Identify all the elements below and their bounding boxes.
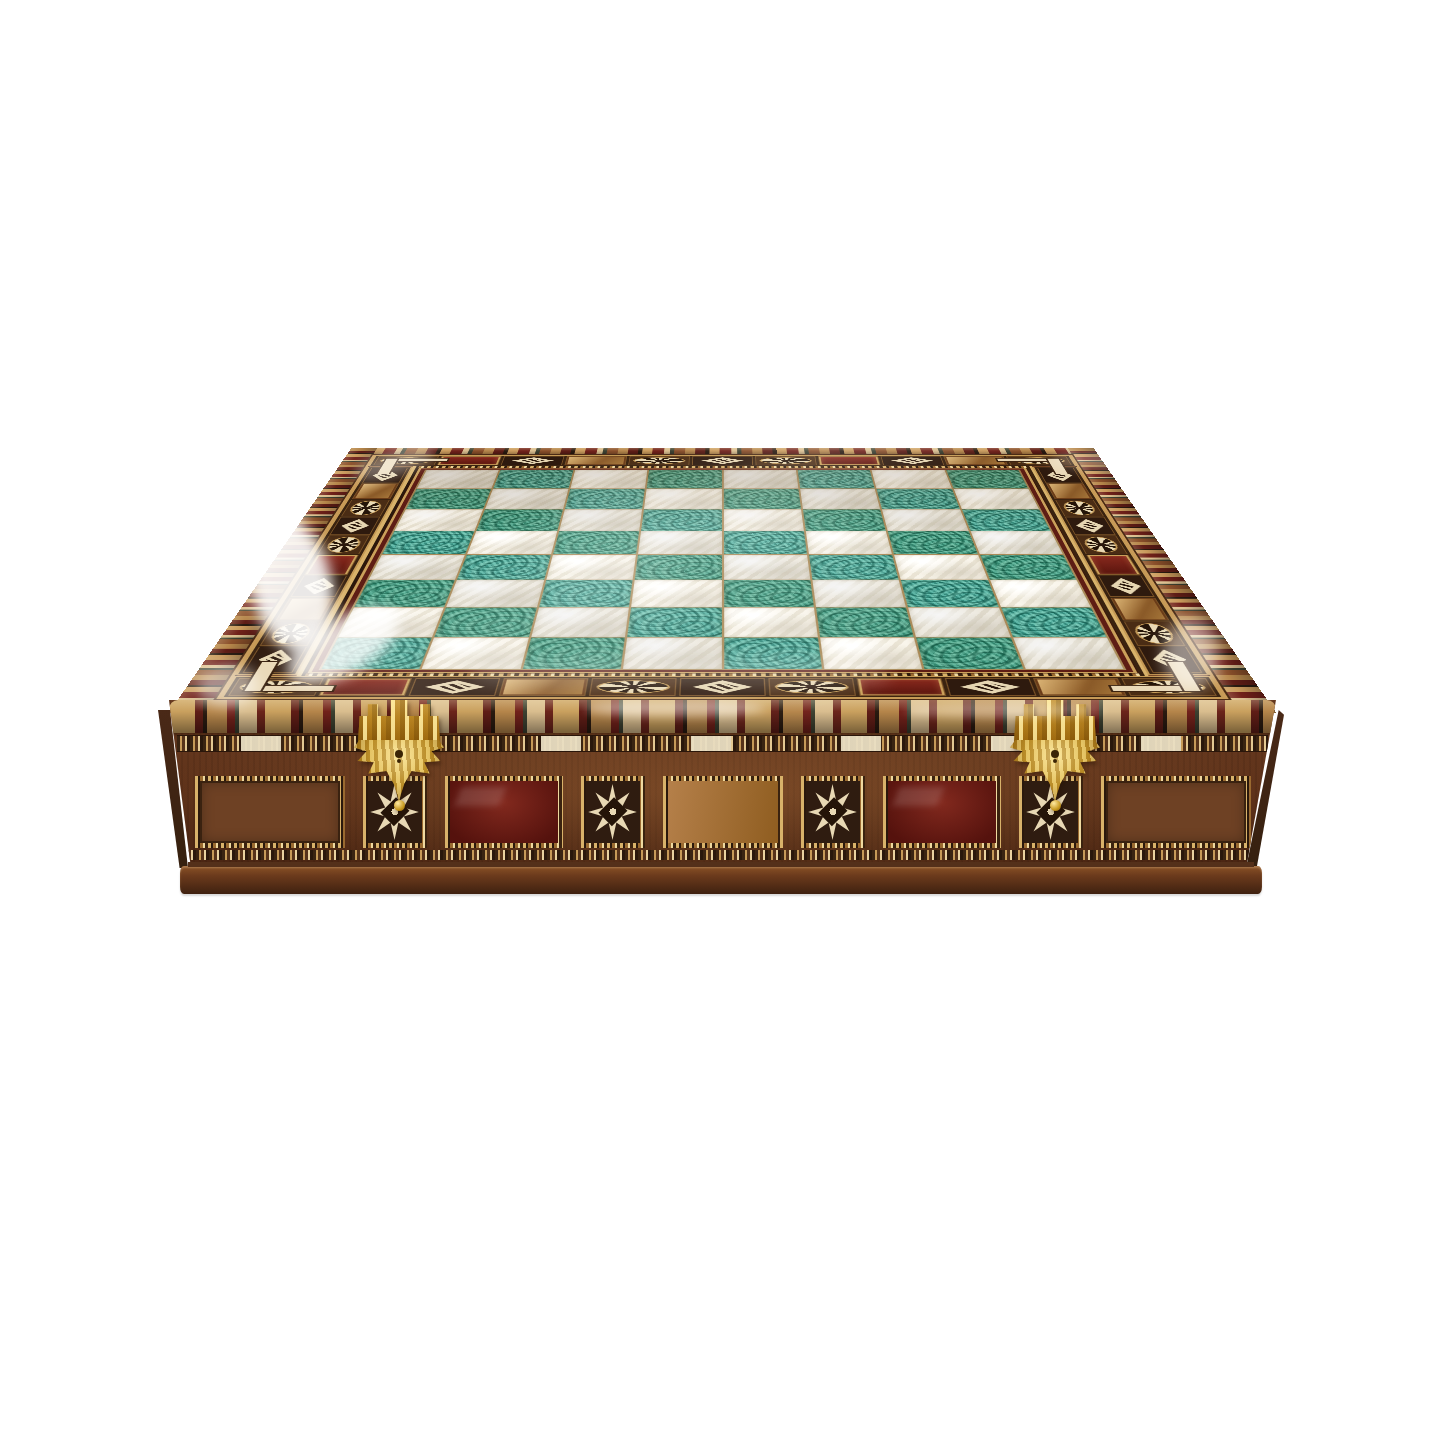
mosaic-diamond (881, 456, 945, 465)
mosaic-bar-gold (499, 678, 589, 695)
square-a5 (382, 531, 474, 554)
square-e3 (724, 580, 814, 607)
front-panel-framed (1101, 776, 1251, 848)
square-c4 (546, 555, 636, 580)
square-a4 (369, 555, 465, 580)
square-g1 (916, 637, 1023, 669)
square-g7 (877, 489, 960, 509)
square-a7 (406, 489, 491, 509)
mosaic-diamond (329, 517, 380, 535)
latch-finial-icon (394, 800, 405, 811)
pearl-corner-bracket (997, 459, 1068, 474)
square-h7 (954, 489, 1039, 509)
inlay-band-top (177, 736, 1268, 751)
square-g4 (894, 555, 987, 580)
square-b7 (485, 489, 568, 509)
square-b4 (457, 555, 550, 580)
square-f4 (809, 555, 899, 580)
square-d6 (641, 509, 721, 530)
front-panel-red (883, 776, 1001, 848)
square-h4 (980, 555, 1076, 580)
square-b1 (422, 637, 529, 669)
latch-finial-icon (1050, 800, 1061, 811)
square-c1 (523, 637, 625, 669)
mosaic-bar-red (857, 678, 947, 695)
square-b5 (467, 531, 556, 554)
mosaic-rosette (1075, 535, 1127, 554)
square-d1 (623, 637, 721, 669)
mosaic-diamond (692, 456, 753, 465)
mosaic-rosette (755, 456, 817, 465)
mosaic-rosette (341, 500, 390, 517)
square-d2 (627, 608, 721, 637)
product-photo (0, 0, 1440, 1440)
mosaic-bar-gold (1110, 598, 1169, 621)
square-d5 (638, 531, 721, 554)
mosaic-diamond (1065, 517, 1116, 535)
square-d7 (644, 489, 722, 509)
mosaic-diamond (945, 678, 1037, 695)
front-panel-star (581, 776, 645, 848)
mosaic-bar-red (818, 456, 881, 465)
square-f7 (800, 489, 880, 509)
square-a6 (395, 509, 484, 530)
mosaic-rosette (1124, 621, 1186, 645)
square-h2 (1001, 608, 1107, 637)
base-molding (180, 866, 1262, 894)
square-c2 (531, 608, 629, 637)
square-d3 (631, 580, 721, 607)
square-a3 (354, 580, 455, 607)
square-f1 (820, 637, 922, 669)
square-b8 (493, 470, 573, 489)
square-e8 (723, 470, 798, 489)
chess-board (319, 470, 1127, 670)
square-h5 (970, 531, 1062, 554)
keyhole-icon (395, 750, 403, 758)
mosaic-bar-red (304, 555, 358, 575)
pearl-corner-bracket (244, 662, 346, 691)
square-f6 (803, 509, 886, 530)
mosaic-band-front (224, 677, 1222, 697)
latch-hasp-icon (358, 700, 440, 742)
mosaic-diamond (1098, 576, 1155, 597)
brass-latch-left (352, 698, 446, 830)
square-g8 (872, 470, 952, 489)
front-panel-star (801, 776, 865, 848)
mosaic-diamond (501, 456, 565, 465)
square-a2 (339, 608, 445, 637)
square-c5 (553, 531, 639, 554)
mosaic-bar-gold (564, 456, 627, 465)
square-g5 (888, 531, 977, 554)
brass-latch-right (1008, 698, 1102, 830)
square-f2 (816, 608, 914, 637)
square-e7 (723, 489, 801, 509)
front-panel-center (663, 776, 783, 848)
pearl-corner-bracket (377, 459, 448, 474)
square-b6 (477, 509, 563, 530)
mosaic-bar-gold (352, 483, 399, 499)
mosaic-diamond (290, 576, 347, 597)
pearl-corner-bracket (1099, 662, 1201, 691)
square-e4 (724, 555, 811, 580)
mosaic-bar-gold (276, 598, 335, 621)
square-h3 (990, 580, 1091, 607)
square-h6 (962, 509, 1051, 530)
mosaic-diamond (409, 678, 501, 695)
keyhole-icon (1051, 750, 1059, 758)
square-g2 (908, 608, 1010, 637)
square-f8 (798, 470, 875, 489)
square-f5 (806, 531, 892, 554)
inlay-band-bottom (183, 850, 1262, 860)
square-e1 (724, 637, 822, 669)
mosaic-bar-gold (1046, 483, 1093, 499)
mosaic-bar-red (1086, 555, 1140, 575)
square-c7 (565, 489, 645, 509)
board-top (169, 448, 1276, 712)
square-c8 (570, 470, 647, 489)
square-e6 (723, 509, 803, 530)
square-b2 (435, 608, 537, 637)
mosaic-rosette (317, 535, 369, 554)
square-e5 (723, 531, 806, 554)
mosaic-rosette (260, 621, 322, 645)
mosaic-band-far (370, 456, 1074, 466)
front-face (169, 700, 1276, 868)
square-d8 (647, 470, 722, 489)
square-e2 (724, 608, 818, 637)
front-panel-red (445, 776, 563, 848)
rope-edge-front (169, 700, 1276, 733)
square-c3 (539, 580, 633, 607)
front-panel-framed (195, 776, 345, 848)
mosaic-rosette (589, 678, 677, 695)
mosaic-rosette (1055, 500, 1104, 517)
square-b3 (447, 580, 544, 607)
square-f3 (812, 580, 906, 607)
mosaic-diamond (679, 678, 766, 695)
square-g3 (901, 580, 998, 607)
square-c6 (559, 509, 642, 530)
mosaic-rosette (768, 678, 856, 695)
latch-hasp-icon (1014, 700, 1096, 742)
mosaic-rosette (628, 456, 690, 465)
square-g6 (882, 509, 968, 530)
square-d4 (635, 555, 722, 580)
